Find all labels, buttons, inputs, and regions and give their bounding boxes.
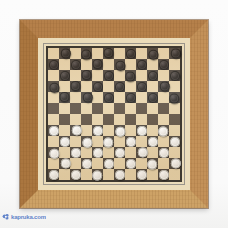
board-square[interactable] bbox=[70, 114, 81, 125]
board-square[interactable] bbox=[158, 70, 169, 81]
white-piece[interactable] bbox=[158, 126, 168, 136]
board-square[interactable] bbox=[136, 147, 147, 158]
white-piece[interactable] bbox=[103, 137, 113, 147]
board-square[interactable] bbox=[136, 92, 147, 103]
black-piece[interactable] bbox=[104, 93, 114, 103]
white-piece[interactable] bbox=[93, 126, 103, 136]
board-grid bbox=[48, 48, 180, 180]
board-square[interactable] bbox=[147, 81, 158, 92]
board-square[interactable] bbox=[158, 92, 169, 103]
board-square[interactable] bbox=[59, 59, 70, 70]
board-square[interactable] bbox=[114, 48, 125, 59]
board-square[interactable] bbox=[59, 103, 70, 114]
board-square[interactable] bbox=[70, 92, 81, 103]
board-square[interactable] bbox=[136, 48, 147, 59]
board-square[interactable] bbox=[70, 59, 81, 70]
black-piece[interactable] bbox=[60, 48, 70, 58]
white-piece[interactable] bbox=[49, 170, 59, 180]
board-square[interactable] bbox=[169, 70, 180, 81]
board-square[interactable] bbox=[158, 147, 169, 158]
board-square[interactable] bbox=[158, 169, 169, 180]
board-square[interactable] bbox=[48, 81, 59, 92]
white-piece[interactable] bbox=[159, 148, 169, 158]
board-square[interactable] bbox=[92, 147, 103, 158]
board-square[interactable] bbox=[169, 125, 180, 136]
white-piece[interactable] bbox=[115, 170, 125, 180]
board-square[interactable] bbox=[125, 81, 136, 92]
board-square[interactable] bbox=[114, 169, 125, 180]
black-piece[interactable] bbox=[148, 71, 158, 81]
black-piece[interactable] bbox=[82, 92, 92, 102]
white-piece[interactable] bbox=[93, 148, 103, 158]
board-square[interactable] bbox=[169, 92, 180, 103]
board-square[interactable] bbox=[92, 136, 103, 147]
board-square[interactable] bbox=[147, 169, 158, 180]
board-square[interactable] bbox=[169, 147, 180, 158]
board-square[interactable] bbox=[103, 59, 114, 70]
board-square[interactable] bbox=[114, 103, 125, 114]
board-square[interactable] bbox=[147, 59, 158, 70]
board-square[interactable] bbox=[92, 125, 103, 136]
board-square[interactable] bbox=[48, 48, 59, 59]
board-square[interactable] bbox=[169, 158, 180, 169]
wooden-frame bbox=[20, 20, 208, 208]
white-piece[interactable] bbox=[82, 137, 92, 147]
black-piece[interactable] bbox=[126, 93, 136, 103]
board-square[interactable] bbox=[125, 147, 136, 158]
white-piece[interactable] bbox=[137, 126, 147, 136]
white-piece[interactable] bbox=[137, 147, 147, 157]
white-piece[interactable] bbox=[148, 137, 158, 147]
board-square[interactable] bbox=[81, 48, 92, 59]
board-square[interactable] bbox=[136, 114, 147, 125]
board-square[interactable] bbox=[59, 125, 70, 136]
board-square[interactable] bbox=[169, 169, 180, 180]
board-square[interactable] bbox=[147, 158, 158, 169]
board-square[interactable] bbox=[125, 158, 136, 169]
product-photo: kapruka.com bbox=[0, 0, 228, 228]
board-square[interactable] bbox=[103, 81, 114, 92]
board-square[interactable] bbox=[48, 59, 59, 70]
board-square[interactable] bbox=[59, 147, 70, 158]
black-piece[interactable] bbox=[103, 48, 113, 58]
board-square[interactable] bbox=[59, 48, 70, 59]
board-square[interactable] bbox=[103, 136, 114, 147]
board-square[interactable] bbox=[147, 103, 158, 114]
board-square[interactable] bbox=[103, 169, 114, 180]
board-square[interactable] bbox=[125, 169, 136, 180]
board-square[interactable] bbox=[70, 103, 81, 114]
board-square[interactable] bbox=[147, 48, 158, 59]
black-piece[interactable] bbox=[81, 70, 91, 80]
white-piece[interactable] bbox=[159, 170, 169, 180]
board-square[interactable] bbox=[81, 81, 92, 92]
board-square[interactable] bbox=[158, 125, 169, 136]
black-piece[interactable] bbox=[60, 71, 70, 81]
black-piece[interactable] bbox=[92, 59, 102, 69]
board-square[interactable] bbox=[147, 114, 158, 125]
black-piece[interactable] bbox=[81, 49, 91, 59]
black-piece[interactable] bbox=[59, 92, 69, 102]
black-piece[interactable] bbox=[126, 49, 136, 59]
black-piece[interactable] bbox=[70, 81, 80, 91]
board-square[interactable] bbox=[114, 59, 125, 70]
black-piece[interactable] bbox=[148, 49, 158, 59]
board-square[interactable] bbox=[125, 103, 136, 114]
board-square[interactable] bbox=[114, 81, 125, 92]
decorative-border-inner bbox=[46, 46, 182, 182]
board-square[interactable] bbox=[59, 169, 70, 180]
white-piece[interactable] bbox=[126, 137, 136, 147]
board-square[interactable] bbox=[125, 59, 136, 70]
board-square[interactable] bbox=[70, 48, 81, 59]
board-square[interactable] bbox=[70, 125, 81, 136]
board-square[interactable] bbox=[158, 114, 169, 125]
board-square[interactable] bbox=[169, 114, 180, 125]
decorative-border-outer bbox=[43, 43, 185, 185]
black-piece[interactable] bbox=[104, 71, 114, 81]
board-square[interactable] bbox=[48, 114, 59, 125]
black-piece[interactable] bbox=[115, 60, 125, 70]
board-square[interactable] bbox=[70, 147, 81, 158]
board-square[interactable] bbox=[92, 48, 103, 59]
board-square[interactable] bbox=[48, 92, 59, 103]
board-square[interactable] bbox=[103, 125, 114, 136]
board-square[interactable] bbox=[48, 136, 59, 147]
board-square[interactable] bbox=[92, 59, 103, 70]
board-square[interactable] bbox=[125, 125, 136, 136]
board-square[interactable] bbox=[103, 48, 114, 59]
board-square[interactable] bbox=[114, 70, 125, 81]
black-piece[interactable] bbox=[170, 71, 180, 81]
board-square[interactable] bbox=[81, 59, 92, 70]
board-square[interactable] bbox=[136, 59, 147, 70]
board-square[interactable] bbox=[59, 92, 70, 103]
board-square[interactable] bbox=[59, 158, 70, 169]
white-piece[interactable] bbox=[137, 170, 147, 180]
white-piece[interactable] bbox=[49, 126, 59, 136]
board-square[interactable] bbox=[81, 92, 92, 103]
board-square[interactable] bbox=[92, 103, 103, 114]
white-piece[interactable] bbox=[126, 159, 136, 169]
board-square[interactable] bbox=[81, 158, 92, 169]
board-square[interactable] bbox=[81, 125, 92, 136]
checkers-board bbox=[48, 48, 180, 180]
black-piece[interactable] bbox=[137, 60, 147, 70]
board-square[interactable] bbox=[136, 70, 147, 81]
board-square[interactable] bbox=[103, 114, 114, 125]
board-square[interactable] bbox=[136, 158, 147, 169]
black-piece[interactable] bbox=[49, 82, 59, 92]
board-square[interactable] bbox=[48, 103, 59, 114]
board-square[interactable] bbox=[48, 169, 59, 180]
board-square[interactable] bbox=[169, 103, 180, 114]
board-square[interactable] bbox=[81, 103, 92, 114]
board-square[interactable] bbox=[81, 114, 92, 125]
board-square[interactable] bbox=[70, 169, 81, 180]
board-square[interactable] bbox=[158, 59, 169, 70]
white-piece[interactable] bbox=[92, 170, 102, 180]
board-square[interactable] bbox=[114, 125, 125, 136]
board-square[interactable] bbox=[92, 81, 103, 92]
white-piece[interactable] bbox=[115, 126, 125, 136]
board-square[interactable] bbox=[70, 70, 81, 81]
watermark-text: kapruka.com bbox=[11, 213, 46, 221]
board-square[interactable] bbox=[81, 169, 92, 180]
board-square[interactable] bbox=[158, 158, 169, 169]
board-square[interactable] bbox=[103, 103, 114, 114]
board-square[interactable] bbox=[48, 125, 59, 136]
white-piece[interactable] bbox=[104, 159, 114, 169]
board-square[interactable] bbox=[92, 158, 103, 169]
black-piece[interactable] bbox=[137, 82, 147, 92]
board-square[interactable] bbox=[125, 48, 136, 59]
black-piece[interactable] bbox=[169, 93, 179, 103]
board-square[interactable] bbox=[136, 103, 147, 114]
white-piece[interactable] bbox=[60, 158, 70, 168]
black-piece[interactable] bbox=[148, 93, 158, 103]
board-square[interactable] bbox=[70, 136, 81, 147]
board-square[interactable] bbox=[147, 136, 158, 147]
board-square[interactable] bbox=[169, 81, 180, 92]
black-piece[interactable] bbox=[159, 81, 169, 91]
board-square[interactable] bbox=[169, 48, 180, 59]
board-square[interactable] bbox=[136, 136, 147, 147]
board-square[interactable] bbox=[136, 125, 147, 136]
board-square[interactable] bbox=[92, 70, 103, 81]
board-square[interactable] bbox=[169, 59, 180, 70]
board-square[interactable] bbox=[136, 169, 147, 180]
board-square[interactable] bbox=[114, 147, 125, 158]
board-square[interactable] bbox=[92, 169, 103, 180]
board-square[interactable] bbox=[59, 70, 70, 81]
white-piece[interactable] bbox=[147, 159, 157, 169]
board-square[interactable] bbox=[81, 70, 92, 81]
board-square[interactable] bbox=[169, 136, 180, 147]
board-square[interactable] bbox=[158, 103, 169, 114]
board-square[interactable] bbox=[147, 125, 158, 136]
board-square[interactable] bbox=[158, 136, 169, 147]
board-square[interactable] bbox=[158, 81, 169, 92]
board-square[interactable] bbox=[125, 70, 136, 81]
board-square[interactable] bbox=[48, 147, 59, 158]
kapruka-watermark: kapruka.com bbox=[2, 213, 46, 221]
board-square[interactable] bbox=[70, 81, 81, 92]
board-square[interactable] bbox=[103, 70, 114, 81]
board-square[interactable] bbox=[114, 136, 125, 147]
board-square[interactable] bbox=[59, 136, 70, 147]
board-square[interactable] bbox=[48, 70, 59, 81]
white-piece[interactable] bbox=[170, 137, 180, 147]
white-piece[interactable] bbox=[170, 158, 180, 168]
white-piece[interactable] bbox=[115, 148, 125, 158]
board-square[interactable] bbox=[59, 114, 70, 125]
board-square[interactable] bbox=[158, 48, 169, 59]
board-inner-panel bbox=[38, 38, 190, 190]
board-square[interactable] bbox=[59, 81, 70, 92]
board-square[interactable] bbox=[70, 158, 81, 169]
white-piece[interactable] bbox=[49, 148, 59, 158]
board-square[interactable] bbox=[81, 136, 92, 147]
white-piece[interactable] bbox=[71, 148, 81, 158]
board-square[interactable] bbox=[103, 158, 114, 169]
board-square[interactable] bbox=[125, 114, 136, 125]
board-square[interactable] bbox=[125, 136, 136, 147]
black-piece[interactable] bbox=[159, 60, 169, 70]
black-piece[interactable] bbox=[125, 71, 135, 81]
white-piece[interactable] bbox=[60, 137, 70, 147]
board-square[interactable] bbox=[114, 114, 125, 125]
black-piece[interactable] bbox=[115, 82, 125, 92]
board-square[interactable] bbox=[147, 70, 158, 81]
black-piece[interactable] bbox=[71, 60, 81, 70]
board-square[interactable] bbox=[125, 92, 136, 103]
kapruka-flower-icon bbox=[2, 213, 10, 221]
board-square[interactable] bbox=[114, 158, 125, 169]
board-square[interactable] bbox=[103, 147, 114, 158]
board-square[interactable] bbox=[92, 92, 103, 103]
black-piece[interactable] bbox=[170, 48, 180, 58]
board-square[interactable] bbox=[136, 81, 147, 92]
board-square[interactable] bbox=[114, 92, 125, 103]
board-square[interactable] bbox=[92, 114, 103, 125]
board-square[interactable] bbox=[48, 158, 59, 169]
white-piece[interactable] bbox=[71, 125, 81, 135]
black-piece[interactable] bbox=[49, 60, 59, 70]
white-piece[interactable] bbox=[71, 170, 81, 180]
board-square[interactable] bbox=[147, 92, 158, 103]
white-piece[interactable] bbox=[82, 159, 92, 169]
board-square[interactable] bbox=[147, 147, 158, 158]
black-piece[interactable] bbox=[93, 82, 103, 92]
board-square[interactable] bbox=[81, 147, 92, 158]
board-square[interactable] bbox=[103, 92, 114, 103]
